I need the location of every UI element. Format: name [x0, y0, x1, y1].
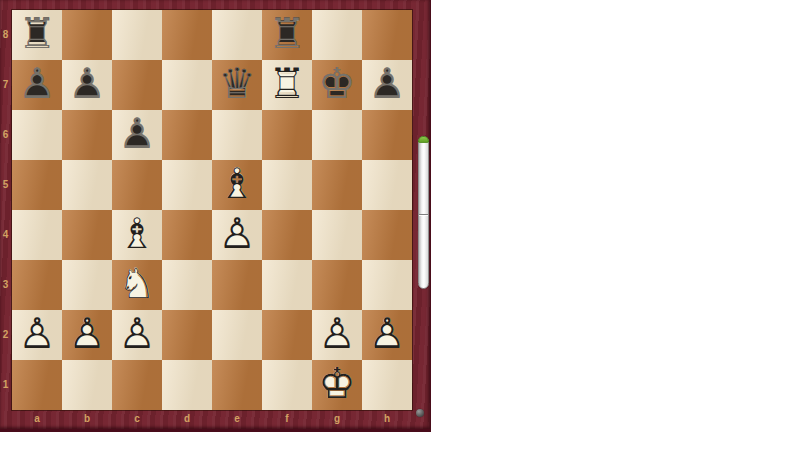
- square-e4[interactable]: ♟♙: [212, 210, 262, 260]
- file-label-b: b: [62, 410, 112, 429]
- square-e2[interactable]: [212, 310, 262, 360]
- square-g7[interactable]: ♚♔: [312, 60, 362, 110]
- piece-white-pawn[interactable]: ♟♙: [212, 210, 262, 260]
- rank-label-7: 7: [0, 60, 11, 110]
- square-f4[interactable]: [262, 210, 312, 260]
- square-b2[interactable]: ♟♙: [62, 310, 112, 360]
- piece-glyph-outline: ♗: [212, 159, 262, 209]
- square-f1[interactable]: [262, 360, 312, 410]
- square-b6[interactable]: [62, 110, 112, 160]
- square-c7[interactable]: [112, 60, 162, 110]
- square-a7[interactable]: ♟♙: [12, 60, 62, 110]
- piece-glyph-outline: ♖: [12, 9, 62, 59]
- piece-black-pawn[interactable]: ♟♙: [12, 60, 62, 110]
- scrollbar-green-cap-icon: [418, 136, 429, 143]
- square-b3[interactable]: [62, 260, 112, 310]
- square-c6[interactable]: ♟♙: [112, 110, 162, 160]
- file-label-e: e: [212, 410, 262, 429]
- piece-white-pawn[interactable]: ♟♙: [362, 310, 412, 360]
- square-h3[interactable]: [362, 260, 412, 310]
- square-a6[interactable]: [12, 110, 62, 160]
- square-g2[interactable]: ♟♙: [312, 310, 362, 360]
- rank-label-8: 8: [0, 10, 11, 60]
- piece-glyph-fill: ♚: [312, 59, 362, 109]
- piece-white-pawn[interactable]: ♟♙: [112, 310, 162, 360]
- piece-glyph-outline: ♗: [112, 209, 162, 259]
- rank-label-5: 5: [0, 160, 11, 210]
- square-c5[interactable]: [112, 160, 162, 210]
- piece-black-pawn[interactable]: ♟♙: [62, 60, 112, 110]
- chess-board-widget: 87654321 ♜♖♜♖♟♙♟♙♛♕♜♖♚♔♟♙♟♙♝♗♝♗♟♙♞♘♟♙♟♙♟…: [0, 0, 431, 432]
- square-d1[interactable]: [162, 360, 212, 410]
- piece-glyph-outline: ♙: [362, 309, 412, 359]
- piece-glyph-fill: ♟: [62, 59, 112, 109]
- corner-grip-dot-icon[interactable]: [416, 409, 424, 417]
- file-label-f: f: [262, 410, 312, 429]
- piece-white-pawn[interactable]: ♟♙: [12, 310, 62, 360]
- square-b8[interactable]: [62, 10, 112, 60]
- square-f8[interactable]: ♜♖: [262, 10, 312, 60]
- file-label-g: g: [312, 410, 362, 429]
- piece-glyph-outline: ♕: [212, 59, 262, 109]
- square-g3[interactable]: [312, 260, 362, 310]
- square-h2[interactable]: ♟♙: [362, 310, 412, 360]
- square-g6[interactable]: [312, 110, 362, 160]
- square-e7[interactable]: ♛♕: [212, 60, 262, 110]
- piece-glyph-fill: ♟: [362, 59, 412, 109]
- piece-white-rook[interactable]: ♜♖: [262, 60, 312, 110]
- square-f3[interactable]: [262, 260, 312, 310]
- square-g4[interactable]: [312, 210, 362, 260]
- square-f7[interactable]: ♜♖: [262, 60, 312, 110]
- square-b1[interactable]: [62, 360, 112, 410]
- piece-black-queen[interactable]: ♛♕: [212, 60, 262, 110]
- square-c1[interactable]: [112, 360, 162, 410]
- square-a1[interactable]: [12, 360, 62, 410]
- square-h6[interactable]: [362, 110, 412, 160]
- piece-glyph-fill: ♝: [112, 209, 162, 259]
- square-g1[interactable]: ♚♔: [312, 360, 362, 410]
- piece-glyph-fill: ♟: [12, 309, 62, 359]
- piece-glyph-fill: ♜: [262, 59, 312, 109]
- square-h8[interactable]: [362, 10, 412, 60]
- square-d3[interactable]: [162, 260, 212, 310]
- piece-black-king[interactable]: ♚♔: [312, 60, 362, 110]
- piece-glyph-fill: ♟: [112, 109, 162, 159]
- piece-glyph-fill: ♚: [312, 359, 362, 409]
- piece-black-pawn[interactable]: ♟♙: [362, 60, 412, 110]
- piece-glyph-outline: ♖: [262, 9, 312, 59]
- piece-glyph-fill: ♟: [62, 309, 112, 359]
- piece-black-rook[interactable]: ♜♖: [12, 10, 62, 60]
- piece-glyph-outline: ♙: [12, 59, 62, 109]
- piece-glyph-outline: ♙: [62, 309, 112, 359]
- square-c2[interactable]: ♟♙: [112, 310, 162, 360]
- file-label-c: c: [112, 410, 162, 429]
- square-d2[interactable]: [162, 310, 212, 360]
- rank-label-3: 3: [0, 260, 11, 310]
- rank-label-1: 1: [0, 360, 11, 410]
- square-e6[interactable]: [212, 110, 262, 160]
- file-label-h: h: [362, 410, 412, 429]
- square-e8[interactable]: [212, 10, 262, 60]
- board-scrollbar[interactable]: [418, 136, 429, 289]
- rank-label-2: 2: [0, 310, 11, 360]
- square-a4[interactable]: [12, 210, 62, 260]
- piece-black-pawn[interactable]: ♟♙: [112, 110, 162, 160]
- piece-glyph-outline: ♙: [12, 309, 62, 359]
- square-d8[interactable]: [162, 10, 212, 60]
- square-d7[interactable]: [162, 60, 212, 110]
- piece-glyph-fill: ♜: [12, 9, 62, 59]
- square-e5[interactable]: ♝♗: [212, 160, 262, 210]
- square-e1[interactable]: [212, 360, 262, 410]
- page-background: 87654321 ♜♖♜♖♟♙♟♙♛♕♜♖♚♔♟♙♟♙♝♗♝♗♟♙♞♘♟♙♟♙♟…: [0, 0, 800, 450]
- piece-glyph-outline: ♔: [312, 59, 362, 109]
- piece-glyph-outline: ♙: [112, 109, 162, 159]
- square-b5[interactable]: [62, 160, 112, 210]
- piece-glyph-outline: ♙: [112, 309, 162, 359]
- piece-white-knight[interactable]: ♞♘: [112, 260, 162, 310]
- rank-label-6: 6: [0, 110, 11, 160]
- piece-glyph-fill: ♛: [212, 59, 262, 109]
- square-f5[interactable]: [262, 160, 312, 210]
- square-c4[interactable]: ♝♗: [112, 210, 162, 260]
- piece-glyph-fill: ♞: [112, 259, 162, 309]
- piece-glyph-fill: ♟: [312, 309, 362, 359]
- rank-labels: 87654321: [0, 10, 11, 410]
- piece-glyph-fill: ♟: [112, 309, 162, 359]
- piece-white-bishop[interactable]: ♝♗: [212, 160, 262, 210]
- square-d6[interactable]: [162, 110, 212, 160]
- piece-white-king[interactable]: ♚♔: [312, 360, 362, 410]
- rank-label-4: 4: [0, 210, 11, 260]
- square-h1[interactable]: [362, 360, 412, 410]
- square-a3[interactable]: [12, 260, 62, 310]
- square-g8[interactable]: [312, 10, 362, 60]
- piece-glyph-outline: ♙: [312, 309, 362, 359]
- piece-glyph-fill: ♟: [212, 209, 262, 259]
- square-f2[interactable]: [262, 310, 312, 360]
- piece-glyph-fill: ♜: [262, 9, 312, 59]
- piece-glyph-outline: ♙: [62, 59, 112, 109]
- square-a5[interactable]: [12, 160, 62, 210]
- square-h4[interactable]: [362, 210, 412, 260]
- scrollbar-divider: [419, 214, 428, 215]
- square-d4[interactable]: [162, 210, 212, 260]
- piece-glyph-outline: ♖: [262, 59, 312, 109]
- piece-white-bishop[interactable]: ♝♗: [112, 210, 162, 260]
- piece-glyph-outline: ♔: [312, 359, 362, 409]
- piece-glyph-outline: ♙: [212, 209, 262, 259]
- square-h5[interactable]: [362, 160, 412, 210]
- piece-glyph-outline: ♙: [362, 59, 412, 109]
- piece-glyph-fill: ♟: [362, 309, 412, 359]
- square-d5[interactable]: [162, 160, 212, 210]
- square-g5[interactable]: [312, 160, 362, 210]
- square-c3[interactable]: ♞♘: [112, 260, 162, 310]
- square-b7[interactable]: ♟♙: [62, 60, 112, 110]
- square-c8[interactable]: [112, 10, 162, 60]
- square-f6[interactable]: [262, 110, 312, 160]
- square-a2[interactable]: ♟♙: [12, 310, 62, 360]
- piece-glyph-fill: ♟: [12, 59, 62, 109]
- piece-black-rook[interactable]: ♜♖: [262, 10, 312, 60]
- piece-white-pawn[interactable]: ♟♙: [62, 310, 112, 360]
- square-a8[interactable]: ♜♖: [12, 10, 62, 60]
- chess-board[interactable]: ♜♖♜♖♟♙♟♙♛♕♜♖♚♔♟♙♟♙♝♗♝♗♟♙♞♘♟♙♟♙♟♙♟♙♟♙♚♔: [11, 9, 413, 411]
- piece-glyph-outline: ♘: [112, 259, 162, 309]
- square-e3[interactable]: [212, 260, 262, 310]
- file-label-a: a: [12, 410, 62, 429]
- piece-glyph-fill: ♝: [212, 159, 262, 209]
- piece-white-pawn[interactable]: ♟♙: [312, 310, 362, 360]
- square-h7[interactable]: ♟♙: [362, 60, 412, 110]
- square-b4[interactable]: [62, 210, 112, 260]
- file-labels: abcdefgh: [12, 410, 412, 429]
- file-label-d: d: [162, 410, 212, 429]
